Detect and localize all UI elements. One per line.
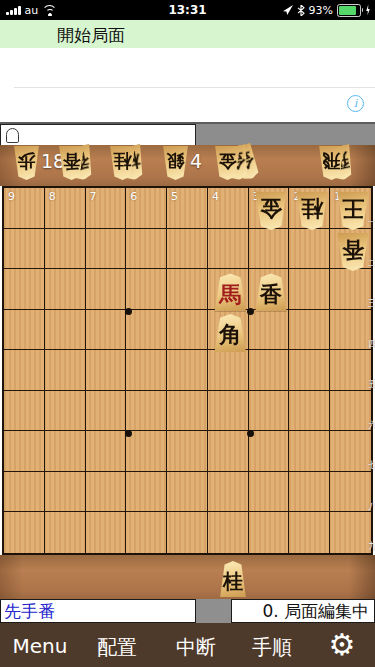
board-cell-2五[interactable] bbox=[289, 350, 330, 391]
title-bar: 開始局面 bbox=[0, 20, 375, 48]
box-count-銀: 4 bbox=[190, 150, 202, 172]
divider-line bbox=[14, 87, 375, 88]
file-label-9: 9 bbox=[8, 190, 15, 203]
board-cell-5八[interactable] bbox=[167, 472, 208, 513]
board-cell-3二[interactable] bbox=[249, 229, 290, 270]
board-cell-4六[interactable] bbox=[208, 391, 249, 432]
info-icon[interactable]: i bbox=[347, 95, 364, 112]
board-cell-7五[interactable] bbox=[86, 350, 127, 391]
rank-label-4: 四 bbox=[368, 338, 375, 351]
file-label-4: 4 bbox=[212, 190, 219, 203]
charging-bolt-icon bbox=[365, 5, 371, 16]
move-status-label: 0. 局面編集中 bbox=[231, 599, 375, 623]
rank-label-7: 七 bbox=[368, 459, 375, 472]
board-cell-5九[interactable] bbox=[167, 512, 208, 553]
board-cell-3六[interactable] bbox=[249, 391, 290, 432]
status-row: 先手番 0. 局面編集中 bbox=[0, 599, 375, 623]
file-label-5: 5 bbox=[171, 190, 178, 203]
board-cell-1六[interactable] bbox=[330, 391, 371, 432]
board-cell-7三[interactable] bbox=[86, 269, 127, 310]
board-cell-6二[interactable] bbox=[126, 229, 167, 270]
board-cell-9五[interactable] bbox=[4, 350, 45, 391]
file-label-7: 7 bbox=[90, 190, 97, 203]
rank-label-6: 六 bbox=[368, 419, 375, 432]
app-screen: au 13:31 93% 開始局面 i bbox=[0, 0, 375, 667]
board-cell-5二[interactable] bbox=[167, 229, 208, 270]
battery-icon bbox=[337, 4, 361, 17]
file-label-6: 6 bbox=[130, 190, 137, 203]
board-cell-3四[interactable] bbox=[249, 310, 290, 351]
gote-hand-bar bbox=[0, 122, 375, 145]
rank-label-2: 二 bbox=[368, 257, 375, 270]
board-cell-6六[interactable] bbox=[126, 391, 167, 432]
bottom-toolbar: Menu 配置 中断 手順 ⚙ bbox=[0, 623, 375, 667]
board-cell-1九[interactable] bbox=[330, 512, 371, 553]
board-cell-9六[interactable] bbox=[4, 391, 45, 432]
board-cell-2二[interactable] bbox=[289, 229, 330, 270]
board-cell-3八[interactable] bbox=[249, 472, 290, 513]
board-cell-2四[interactable] bbox=[289, 310, 330, 351]
board-cell-8二[interactable] bbox=[45, 229, 86, 270]
shogi-board: 987654321一二三四五六七八九金桂王香馬香角 bbox=[2, 186, 373, 555]
ios-status-bar: au 13:31 93% bbox=[0, 0, 375, 20]
board-cell-9二[interactable] bbox=[4, 229, 45, 270]
board-cell-6八[interactable] bbox=[126, 472, 167, 513]
board-cell-7六[interactable] bbox=[86, 391, 127, 432]
rank-label-1: 一 bbox=[368, 216, 375, 229]
board-cell-8九[interactable] bbox=[45, 512, 86, 553]
hoshi-dot bbox=[247, 430, 254, 437]
board-cell-8七[interactable] bbox=[45, 431, 86, 472]
board-cell-4八[interactable] bbox=[208, 472, 249, 513]
board-cell-6五[interactable] bbox=[126, 350, 167, 391]
board-cell-1七[interactable] bbox=[330, 431, 371, 472]
board-cell-2八[interactable] bbox=[289, 472, 330, 513]
board-cell-2九[interactable] bbox=[289, 512, 330, 553]
piece-silhouette-icon bbox=[6, 128, 19, 143]
board-cell-6七[interactable] bbox=[126, 431, 167, 472]
board-cell-4七[interactable] bbox=[208, 431, 249, 472]
board-cell-1八[interactable] bbox=[330, 472, 371, 513]
menu-button[interactable]: Menu bbox=[13, 634, 68, 658]
board-cell-4九[interactable] bbox=[208, 512, 249, 553]
board-cell-6九[interactable] bbox=[126, 512, 167, 553]
board-cell-4五[interactable] bbox=[208, 350, 249, 391]
page-title: 開始局面 bbox=[57, 24, 125, 47]
board-cell-9九[interactable] bbox=[4, 512, 45, 553]
rank-label-5: 五 bbox=[368, 378, 375, 391]
hoshi-dot bbox=[125, 308, 132, 315]
board-cell-8五[interactable] bbox=[45, 350, 86, 391]
board-cell-7七[interactable] bbox=[86, 431, 127, 472]
board-cell-5七[interactable] bbox=[167, 431, 208, 472]
board-cell-3九[interactable] bbox=[249, 512, 290, 553]
board-cell-8八[interactable] bbox=[45, 472, 86, 513]
board-cell-4二[interactable] bbox=[208, 229, 249, 270]
haichi-button[interactable]: 配置 bbox=[97, 634, 137, 661]
board-cell-1四[interactable] bbox=[330, 310, 371, 351]
board-cell-5六[interactable] bbox=[167, 391, 208, 432]
board-cell-6三[interactable] bbox=[126, 269, 167, 310]
board-cell-5五[interactable] bbox=[167, 350, 208, 391]
board-cell-9四[interactable] bbox=[4, 310, 45, 351]
board-cell-5四[interactable] bbox=[167, 310, 208, 351]
board-cell-2七[interactable] bbox=[289, 431, 330, 472]
board-cell-9三[interactable] bbox=[4, 269, 45, 310]
turn-indicator: 先手番 bbox=[0, 599, 196, 623]
rank-label-8: 八 bbox=[368, 500, 375, 513]
bluetooth-icon bbox=[297, 5, 305, 16]
board-cell-6四[interactable] bbox=[126, 310, 167, 351]
location-arrow-icon bbox=[283, 5, 293, 15]
board-cell-7二[interactable] bbox=[86, 229, 127, 270]
rank-label-3: 三 bbox=[368, 297, 375, 310]
board-cell-3七[interactable] bbox=[249, 431, 290, 472]
gote-hand-area[interactable] bbox=[0, 124, 196, 147]
settings-gear-icon[interactable]: ⚙ bbox=[329, 630, 356, 660]
board-cell-7九[interactable] bbox=[86, 512, 127, 553]
board-cell-7四[interactable] bbox=[86, 310, 127, 351]
board-cell-3五[interactable] bbox=[249, 350, 290, 391]
board-cell-8六[interactable] bbox=[45, 391, 86, 432]
battery-percent-label: 93% bbox=[309, 4, 333, 17]
sente-hand-tray[interactable] bbox=[0, 555, 375, 599]
tejun-button[interactable]: 手順 bbox=[252, 634, 292, 661]
board-cell-9八[interactable] bbox=[4, 472, 45, 513]
board-cell-8三[interactable] bbox=[45, 269, 86, 310]
board-cell-1三[interactable] bbox=[330, 269, 371, 310]
hoshi-dot bbox=[125, 430, 132, 437]
board-cell-2三[interactable] bbox=[289, 269, 330, 310]
rank-label-9: 九 bbox=[368, 540, 375, 553]
chudan-button[interactable]: 中断 bbox=[176, 634, 216, 661]
board-cell-1五[interactable] bbox=[330, 350, 371, 391]
file-label-8: 8 bbox=[49, 190, 56, 203]
board-cell-7八[interactable] bbox=[86, 472, 127, 513]
board-cell-8四[interactable] bbox=[45, 310, 86, 351]
board-cell-9七[interactable] bbox=[4, 431, 45, 472]
kifu-info-panel: i bbox=[0, 48, 375, 122]
board-cell-5三[interactable] bbox=[167, 269, 208, 310]
board-cell-2六[interactable] bbox=[289, 391, 330, 432]
